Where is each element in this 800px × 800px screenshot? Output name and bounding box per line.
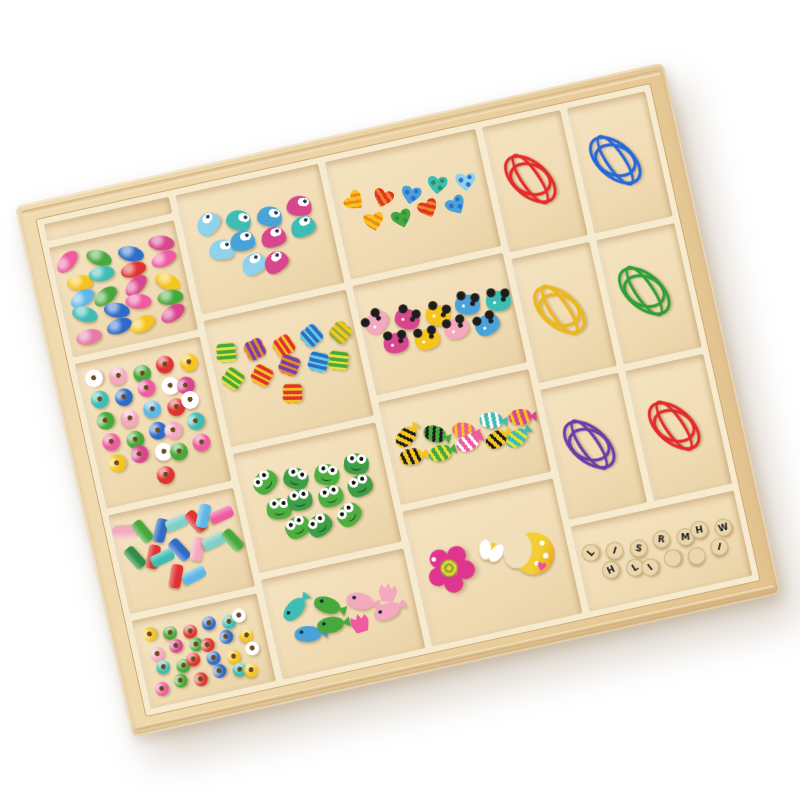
compartment-fish-beads xyxy=(261,549,426,680)
round-bead xyxy=(141,399,163,421)
tulip-bead xyxy=(348,611,372,635)
cyl-bead xyxy=(181,565,208,587)
letter-bead: L xyxy=(578,541,603,566)
cord-bead xyxy=(554,411,625,479)
letter-bead: H xyxy=(598,558,622,582)
round-bead xyxy=(152,679,171,698)
frog-bead xyxy=(343,452,369,474)
letter-bead xyxy=(685,545,708,568)
oval-bead xyxy=(125,293,151,308)
letter-bead: I xyxy=(603,540,626,563)
letter-bead: R xyxy=(651,530,670,549)
fish-bead xyxy=(316,614,345,635)
box-interior: LISRMHWHLII xyxy=(35,83,760,717)
sfish-bead xyxy=(502,425,530,452)
round-bead xyxy=(104,451,129,476)
cord-bead xyxy=(580,126,651,194)
round-bead xyxy=(171,671,190,690)
frog-bead xyxy=(303,509,336,541)
bird-bead xyxy=(256,204,284,228)
oval-bead xyxy=(70,303,99,324)
heart-bead xyxy=(442,192,471,221)
cord-bead xyxy=(639,392,710,460)
round-bead xyxy=(118,407,141,430)
dog-bead xyxy=(454,295,480,316)
clover-bead xyxy=(299,323,323,347)
fish-bead xyxy=(345,590,374,611)
clover-bead xyxy=(322,344,354,376)
frog-bead xyxy=(313,462,341,487)
sfish-bead xyxy=(398,447,424,467)
bird-bead xyxy=(224,207,254,234)
dog-bead xyxy=(441,315,472,344)
heart-bead xyxy=(454,172,477,193)
compartment-oval-beads xyxy=(49,220,198,357)
heart-bead xyxy=(388,206,415,232)
round-bead xyxy=(179,353,198,372)
dog-bead xyxy=(472,310,504,340)
letter-bead: I xyxy=(708,536,730,558)
heart-bead xyxy=(361,210,386,234)
round-bead xyxy=(155,355,174,374)
tulip-bead xyxy=(378,582,398,602)
compartment-frog-beads xyxy=(233,422,402,573)
letter-bead: S xyxy=(628,538,649,559)
clover-bead xyxy=(247,361,276,390)
round-bead xyxy=(181,391,199,409)
clover-bead xyxy=(276,377,309,410)
round-bead xyxy=(192,433,211,452)
round-bead xyxy=(201,616,216,631)
round-bead xyxy=(107,365,130,388)
dog-bead xyxy=(382,331,410,355)
bead-box-photo: LISRMHWHLII xyxy=(15,63,781,738)
round-bead xyxy=(161,418,185,442)
clover-bead xyxy=(219,365,246,392)
oval-bead xyxy=(84,246,113,268)
clover-bead xyxy=(328,320,352,344)
round-bead xyxy=(81,366,106,391)
letter-bead: W xyxy=(712,517,735,540)
moon-bead xyxy=(509,529,558,578)
bird-bead xyxy=(286,195,312,216)
oval-bead xyxy=(53,247,81,277)
heart-bead xyxy=(370,186,397,212)
compartment-pendant-beads xyxy=(402,479,582,647)
heart-bead xyxy=(426,175,449,196)
flower-bead xyxy=(416,535,484,603)
oval-bead xyxy=(87,263,115,282)
compartment-clover-beads xyxy=(203,290,373,447)
round-bead xyxy=(140,624,160,644)
oval-bead xyxy=(149,246,179,270)
cord-bead xyxy=(609,258,680,326)
dog-bead xyxy=(412,326,442,353)
round-bead xyxy=(191,669,211,689)
compartment-bird-beads xyxy=(175,164,344,315)
bird-bead xyxy=(258,224,288,251)
heart-bead xyxy=(414,195,442,222)
compartment-cylinder-beads xyxy=(108,487,255,614)
wooden-box: LISRMHWHLII xyxy=(15,63,781,738)
oval-bead xyxy=(75,326,104,347)
cyl-bead xyxy=(208,505,235,526)
round-bead xyxy=(89,389,110,410)
bird-bead xyxy=(192,208,223,240)
frog-bead xyxy=(249,465,281,498)
sfish-bead xyxy=(479,412,503,429)
round-bead xyxy=(113,386,136,409)
oval-bead xyxy=(127,311,157,336)
bird-bead xyxy=(287,212,318,241)
letter-bead: I xyxy=(637,555,662,580)
cyl-bead xyxy=(123,545,148,571)
fish-bead xyxy=(279,594,309,625)
fish-bead xyxy=(312,593,343,616)
round-bead xyxy=(168,441,189,462)
oval-bead xyxy=(148,234,175,251)
clover-bead xyxy=(209,336,241,368)
compartment-round-beads xyxy=(75,336,232,508)
frog-bead xyxy=(316,482,346,510)
round-bead xyxy=(243,662,260,679)
round-bead xyxy=(93,408,118,433)
round-bead xyxy=(183,409,208,434)
heart-bead xyxy=(340,187,369,217)
frog-bead xyxy=(286,487,314,512)
sfish-bead xyxy=(421,423,448,445)
round-bead xyxy=(186,652,200,666)
sfish-bead xyxy=(426,443,453,465)
oval-bead xyxy=(117,244,145,263)
dog-bead xyxy=(485,291,511,312)
letter-bead xyxy=(660,546,685,571)
cyl-bead xyxy=(220,528,245,554)
frog-bead xyxy=(281,464,311,492)
compartment-small-round-beads xyxy=(132,594,276,709)
bird-bead xyxy=(260,247,292,278)
clover-bead xyxy=(240,335,269,364)
sfish-bead xyxy=(508,409,532,426)
cord-bead xyxy=(495,145,566,213)
round-bead xyxy=(101,432,121,452)
round-bead xyxy=(216,627,236,647)
bird-bead xyxy=(228,229,256,253)
compartment-heart-beads xyxy=(325,129,501,279)
frog-bead xyxy=(344,471,375,500)
cord-bead xyxy=(524,277,595,345)
round-bead xyxy=(156,466,175,485)
